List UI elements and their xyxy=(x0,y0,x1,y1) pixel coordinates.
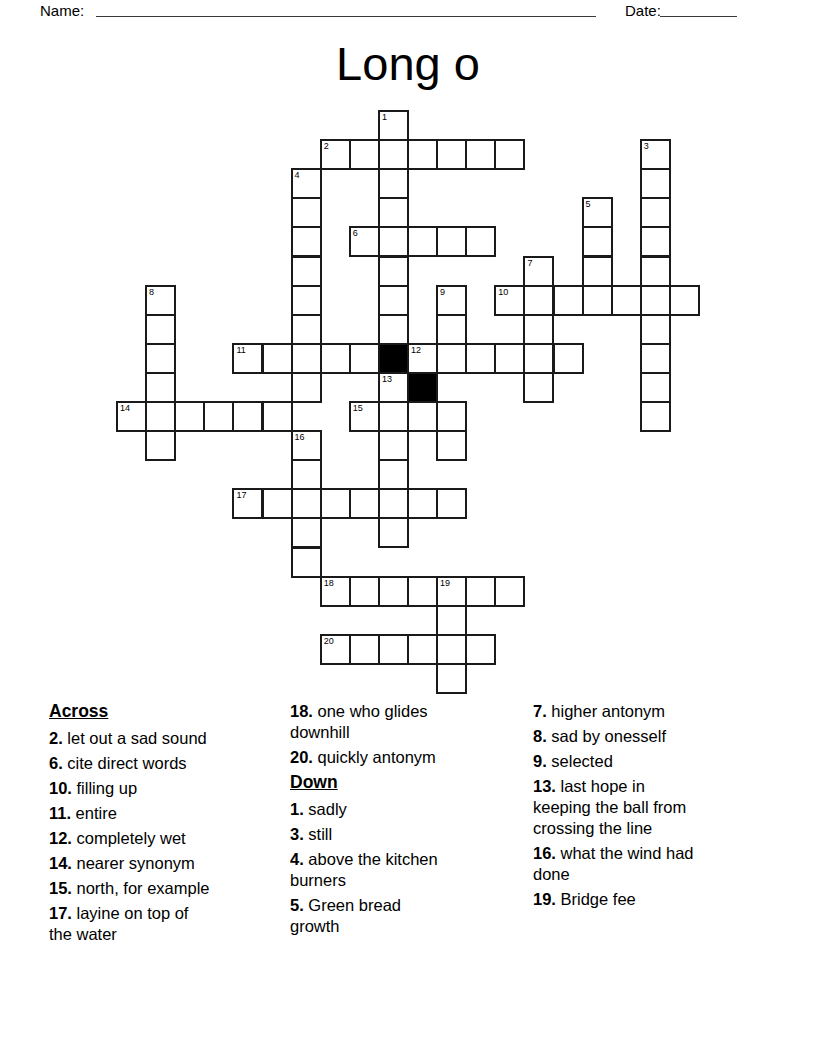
clue-item: 11. entire xyxy=(49,803,287,824)
clue-number: 8. xyxy=(533,727,547,745)
grid-cell[interactable] xyxy=(378,401,409,432)
grid-cell[interactable] xyxy=(291,459,322,490)
clue-item: 14. nearer synonym xyxy=(49,853,287,874)
grid-cell[interactable]: 8 xyxy=(145,285,176,316)
grid-cell[interactable] xyxy=(611,285,642,316)
grid-cell[interactable] xyxy=(640,343,671,374)
clue-item: 19. Bridge fee xyxy=(533,889,781,910)
grid-cell[interactable] xyxy=(582,285,613,316)
grid-cell[interactable]: 4 xyxy=(291,168,322,199)
grid-cell[interactable] xyxy=(378,517,409,548)
grid-cell[interactable]: 11 xyxy=(232,343,263,374)
grid-cell[interactable] xyxy=(523,343,554,374)
grid-cell[interactable] xyxy=(262,488,293,519)
grid-cell[interactable] xyxy=(640,314,671,345)
grid-cell[interactable] xyxy=(378,139,409,170)
clue-item: 2. let out a sad sound xyxy=(49,728,287,749)
grid-cell[interactable] xyxy=(378,168,409,199)
grid-cell[interactable] xyxy=(494,139,525,170)
grid-cell[interactable] xyxy=(145,430,176,461)
name-blank-line xyxy=(96,16,596,17)
clue-number: 5. xyxy=(290,896,304,914)
grid-cell[interactable]: 18 xyxy=(320,576,351,607)
grid-cell[interactable] xyxy=(436,226,467,257)
grid-cell[interactable] xyxy=(582,256,613,287)
clue-item: 10. filling up xyxy=(49,778,287,799)
grid-cell[interactable] xyxy=(378,226,409,257)
grid-cell[interactable] xyxy=(291,285,322,316)
clue-item: 9. selected xyxy=(533,751,781,772)
clue-item: 16. what the wind haddone xyxy=(533,843,781,885)
grid-cell[interactable] xyxy=(436,343,467,374)
grid-cell[interactable] xyxy=(145,401,176,432)
cell-number: 1 xyxy=(382,112,387,123)
grid-cell[interactable] xyxy=(407,401,438,432)
grid-cell[interactable]: 6 xyxy=(349,226,380,257)
grid-cell[interactable] xyxy=(640,285,671,316)
clue-number: 2. xyxy=(49,729,63,747)
clue-item: 15. north, for example xyxy=(49,878,287,899)
cell-number: 6 xyxy=(353,228,358,239)
grid-cell[interactable] xyxy=(523,372,554,403)
grid-cell[interactable] xyxy=(378,197,409,228)
clue-number: 11. xyxy=(49,804,71,822)
grid-cell[interactable] xyxy=(436,401,467,432)
clue-number: 16. xyxy=(533,844,556,862)
clue-number: 4. xyxy=(290,850,304,868)
grid-cell[interactable] xyxy=(291,488,322,519)
grid-cell[interactable] xyxy=(465,343,496,374)
cell-number: 4 xyxy=(295,170,300,181)
grid-cell[interactable] xyxy=(378,256,409,287)
grid-cell[interactable] xyxy=(378,488,409,519)
grid-cell[interactable] xyxy=(291,517,322,548)
clue-item: 1. sadly xyxy=(290,799,522,820)
grid-cell[interactable] xyxy=(291,226,322,257)
cell-number: 18 xyxy=(324,578,334,589)
cell-number: 11 xyxy=(236,345,245,356)
name-label: Name: xyxy=(40,2,84,20)
crossword-grid: 1234567891011121314151617181920 xyxy=(116,110,701,695)
grid-cell[interactable] xyxy=(640,226,671,257)
grid-cell[interactable] xyxy=(320,488,351,519)
grid-cell[interactable] xyxy=(262,343,293,374)
grid-cell[interactable] xyxy=(523,285,554,316)
grid-cell[interactable]: 1 xyxy=(378,110,409,141)
page-title: Long o xyxy=(0,38,816,90)
grid-cell[interactable] xyxy=(378,459,409,490)
grid-cell[interactable] xyxy=(232,401,263,432)
black-cell xyxy=(378,343,409,374)
grid-cell[interactable] xyxy=(640,168,671,199)
grid-cell[interactable] xyxy=(436,663,467,694)
grid-cell[interactable] xyxy=(640,256,671,287)
clue-number: 6. xyxy=(49,754,63,772)
grid-cell[interactable] xyxy=(640,401,671,432)
grid-cell[interactable] xyxy=(378,285,409,316)
cell-number: 7 xyxy=(527,258,532,269)
grid-cell[interactable] xyxy=(203,401,234,432)
clue-number: 13. xyxy=(533,777,556,795)
clue-number: 7. xyxy=(533,702,547,720)
clue-number: 1. xyxy=(290,800,304,818)
grid-cell[interactable]: 13 xyxy=(378,372,409,403)
cell-number: 2 xyxy=(324,141,329,152)
clue-item: 17. layine on top ofthe water xyxy=(49,903,287,945)
clue-number: 19. xyxy=(533,890,556,908)
clue-number: 15. xyxy=(49,879,72,897)
grid-cell[interactable] xyxy=(145,343,176,374)
clue-number: 12. xyxy=(49,829,72,847)
grid-cell[interactable] xyxy=(378,430,409,461)
clue-list-header-down: Down xyxy=(290,772,522,793)
grid-cell[interactable] xyxy=(349,139,380,170)
grid-cell[interactable] xyxy=(349,343,380,374)
grid-cell[interactable] xyxy=(553,343,584,374)
grid-cell[interactable] xyxy=(669,285,700,316)
grid-cell[interactable] xyxy=(436,488,467,519)
grid-cell[interactable]: 19 xyxy=(436,576,467,607)
grid-cell[interactable] xyxy=(291,343,322,374)
grid-cell[interactable] xyxy=(640,197,671,228)
grid-cell[interactable]: 14 xyxy=(116,401,147,432)
cell-number: 9 xyxy=(440,287,445,298)
grid-cell[interactable] xyxy=(436,605,467,636)
clue-item: 3. still xyxy=(290,824,522,845)
grid-cell[interactable]: 16 xyxy=(291,430,322,461)
cell-number: 14 xyxy=(120,403,130,414)
grid-cell[interactable] xyxy=(378,634,409,665)
clue-number: 10. xyxy=(49,779,72,797)
clue-item: 4. above the kitchenburners xyxy=(290,849,522,891)
grid-cell[interactable] xyxy=(291,256,322,287)
clue-number: 17. xyxy=(49,904,72,922)
grid-cell[interactable] xyxy=(291,314,322,345)
cell-number: 3 xyxy=(644,141,649,152)
grid-cell[interactable] xyxy=(494,343,525,374)
grid-cell[interactable] xyxy=(407,226,438,257)
clue-number: 14. xyxy=(49,854,72,872)
grid-cell[interactable] xyxy=(465,576,496,607)
grid-cell[interactable] xyxy=(494,576,525,607)
grid-cell[interactable] xyxy=(320,343,351,374)
cell-number: 5 xyxy=(586,199,591,210)
clue-item: 8. sad by onesself xyxy=(533,726,781,747)
grid-cell[interactable] xyxy=(436,139,467,170)
grid-cell[interactable]: 15 xyxy=(349,401,380,432)
grid-cell[interactable] xyxy=(291,547,322,578)
clue-number: 9. xyxy=(533,752,547,770)
cell-number: 8 xyxy=(149,287,154,298)
grid-cell[interactable] xyxy=(378,314,409,345)
grid-cell[interactable] xyxy=(349,576,380,607)
grid-cell[interactable] xyxy=(291,372,322,403)
grid-cell[interactable]: 20 xyxy=(320,634,351,665)
clue-item: 12. completely wet xyxy=(49,828,287,849)
cell-number: 20 xyxy=(324,636,334,647)
grid-cell[interactable]: 10 xyxy=(494,285,525,316)
grid-cell[interactable] xyxy=(465,139,496,170)
grid-cell[interactable] xyxy=(349,634,380,665)
grid-cell[interactable]: 17 xyxy=(232,488,263,519)
clue-list-header-across: Across xyxy=(49,701,287,722)
grid-cell[interactable]: 5 xyxy=(582,197,613,228)
cell-number: 19 xyxy=(440,578,450,589)
grid-cell[interactable] xyxy=(145,314,176,345)
clue-item: 6. cite direct words xyxy=(49,753,287,774)
cell-number: 15 xyxy=(353,403,363,414)
black-cell xyxy=(407,372,438,403)
grid-cell[interactable] xyxy=(407,139,438,170)
grid-cell[interactable]: 7 xyxy=(523,256,554,287)
clue-number: 20. xyxy=(290,748,313,766)
grid-cell[interactable] xyxy=(378,576,409,607)
clue-item: 13. last hope inkeeping the ball fromcro… xyxy=(533,776,781,839)
grid-cell[interactable]: 2 xyxy=(320,139,351,170)
grid-cell[interactable] xyxy=(436,634,467,665)
grid-cell[interactable] xyxy=(436,314,467,345)
grid-cell[interactable] xyxy=(145,372,176,403)
grid-cell[interactable] xyxy=(640,372,671,403)
grid-cell[interactable] xyxy=(262,401,293,432)
grid-cell[interactable] xyxy=(407,576,438,607)
grid-cell[interactable] xyxy=(407,488,438,519)
cell-number: 17 xyxy=(236,490,246,501)
grid-cell[interactable] xyxy=(291,197,322,228)
grid-cell[interactable] xyxy=(582,226,613,257)
cell-number: 16 xyxy=(295,432,305,443)
grid-cell[interactable] xyxy=(436,430,467,461)
clue-item: 7. higher antonym xyxy=(533,701,781,722)
grid-cell[interactable] xyxy=(465,226,496,257)
cell-number: 10 xyxy=(498,287,508,298)
grid-cell[interactable] xyxy=(174,401,205,432)
clue-number: 18. xyxy=(290,702,313,720)
grid-cell[interactable] xyxy=(407,634,438,665)
grid-cell[interactable] xyxy=(465,634,496,665)
date-label: Date: xyxy=(625,2,661,20)
clue-item: 20. quickly antonym xyxy=(290,747,522,768)
cell-number: 12 xyxy=(411,345,421,356)
clues-column-middle: 18. one who glidesdownhill20. quickly an… xyxy=(290,701,522,941)
grid-cell[interactable]: 9 xyxy=(436,285,467,316)
clue-number: 3. xyxy=(290,825,304,843)
clues-column-down: 7. higher antonym8. sad by onesself9. se… xyxy=(533,701,781,914)
grid-cell[interactable] xyxy=(553,285,584,316)
grid-cell[interactable]: 12 xyxy=(407,343,438,374)
grid-cell[interactable] xyxy=(523,314,554,345)
clue-item: 5. Green breadgrowth xyxy=(290,895,522,937)
grid-cell[interactable] xyxy=(349,488,380,519)
grid-cell[interactable]: 3 xyxy=(640,139,671,170)
clue-item: 18. one who glidesdownhill xyxy=(290,701,522,743)
cell-number: 13 xyxy=(382,374,392,385)
date-blank-line xyxy=(660,16,737,17)
clues-column-across: Across2. let out a sad sound6. cite dire… xyxy=(49,701,287,949)
